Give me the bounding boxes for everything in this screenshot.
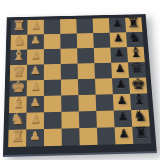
white-knight: ♞ — [11, 33, 28, 48]
chess-board: ♜♟♟♜♞♟♟♞♝♟♟♝♛♟♟♛♚♟♟♚♝♟♟♝♞♟♟♞♜♟♟♜ — [3, 14, 157, 157]
square-h6[interactable] — [97, 127, 116, 145]
square-b4[interactable] — [60, 33, 77, 48]
black-pawn: ♟ — [114, 108, 132, 125]
square-a8[interactable]: ♜ — [125, 17, 142, 32]
board-grid: ♜♟♟♜♞♟♟♞♝♟♟♝♛♟♟♛♚♟♟♚♝♟♟♝♞♟♟♞♜♟♟♜ — [8, 17, 151, 147]
white-king: ♚ — [9, 79, 26, 95]
square-f7[interactable]: ♟ — [113, 94, 131, 111]
square-f8[interactable]: ♝ — [130, 93, 148, 110]
photo-background: ♜♟♟♜♞♟♟♞♝♟♟♝♛♟♟♛♚♟♟♚♝♟♟♝♞♟♟♞♜♟♟♜ — [0, 0, 160, 160]
square-e6[interactable] — [95, 78, 113, 94]
square-g3[interactable] — [44, 112, 62, 129]
square-b8[interactable]: ♞ — [126, 32, 144, 47]
square-c1[interactable]: ♝ — [10, 50, 27, 66]
white-pawn: ♟ — [26, 110, 44, 127]
square-f4[interactable] — [61, 95, 79, 112]
white-bishop: ♝ — [9, 95, 27, 112]
square-d7[interactable]: ♟ — [111, 62, 129, 78]
square-f2[interactable]: ♟ — [26, 96, 43, 113]
black-bishop: ♝ — [127, 45, 145, 61]
square-h7[interactable]: ♟ — [115, 127, 134, 145]
square-c6[interactable] — [94, 48, 111, 64]
black-bishop: ♝ — [130, 92, 148, 109]
white-queen: ♛ — [10, 63, 27, 79]
white-pawn: ♟ — [27, 78, 44, 94]
square-e3[interactable] — [44, 80, 61, 96]
square-f1[interactable]: ♝ — [9, 96, 27, 113]
square-b1[interactable]: ♞ — [11, 35, 28, 50]
white-pawn: ♟ — [27, 63, 44, 79]
white-bishop: ♝ — [10, 48, 27, 64]
square-h5[interactable] — [79, 128, 97, 146]
square-c5[interactable] — [77, 48, 94, 64]
white-pawn: ♟ — [27, 18, 43, 33]
square-c4[interactable] — [61, 48, 78, 64]
square-d2[interactable]: ♟ — [27, 64, 44, 80]
square-d4[interactable] — [61, 64, 78, 80]
square-a6[interactable] — [93, 18, 110, 33]
square-e7[interactable]: ♟ — [112, 78, 130, 94]
square-f5[interactable] — [78, 95, 96, 112]
white-pawn: ♟ — [26, 94, 43, 111]
square-b2[interactable]: ♟ — [27, 34, 44, 49]
square-a1[interactable]: ♜ — [11, 20, 28, 35]
black-pawn: ♟ — [114, 125, 133, 143]
black-pawn: ♟ — [112, 76, 130, 92]
square-b6[interactable] — [93, 33, 110, 48]
square-g7[interactable]: ♟ — [114, 110, 132, 127]
black-pawn: ♟ — [109, 16, 126, 31]
black-pawn: ♟ — [111, 61, 129, 77]
black-rook: ♜ — [132, 124, 151, 142]
square-e2[interactable]: ♟ — [27, 80, 44, 96]
square-g5[interactable] — [79, 111, 97, 128]
black-pawn: ♟ — [110, 31, 127, 46]
square-h8[interactable]: ♜ — [132, 126, 151, 144]
square-d1[interactable]: ♛ — [10, 65, 27, 81]
square-g6[interactable] — [96, 111, 114, 128]
square-d6[interactable] — [94, 63, 112, 79]
square-h3[interactable] — [44, 129, 62, 147]
square-b3[interactable] — [44, 34, 61, 49]
square-e8[interactable]: ♚ — [129, 77, 147, 93]
white-pawn: ♟ — [26, 127, 44, 145]
square-e4[interactable] — [61, 79, 78, 95]
black-rook: ♜ — [125, 16, 142, 31]
square-c7[interactable]: ♟ — [110, 47, 128, 63]
square-e5[interactable] — [78, 79, 96, 95]
square-a2[interactable]: ♟ — [27, 20, 43, 35]
white-rook: ♜ — [11, 18, 28, 33]
black-pawn: ♟ — [110, 45, 128, 61]
square-f6[interactable] — [96, 94, 114, 111]
square-g4[interactable] — [61, 111, 79, 128]
square-d3[interactable] — [44, 64, 61, 80]
black-knight: ♞ — [126, 30, 144, 45]
square-d8[interactable]: ♛ — [128, 62, 146, 78]
square-g1[interactable]: ♞ — [9, 113, 27, 130]
square-b5[interactable] — [77, 33, 94, 48]
square-c3[interactable] — [44, 49, 61, 65]
white-rook: ♜ — [8, 128, 26, 146]
square-d5[interactable] — [78, 63, 95, 79]
square-h1[interactable]: ♜ — [8, 129, 26, 147]
black-queen: ♛ — [128, 60, 146, 76]
square-a3[interactable] — [44, 19, 60, 34]
square-a4[interactable] — [60, 19, 77, 34]
black-knight: ♞ — [131, 108, 150, 125]
square-c8[interactable]: ♝ — [127, 47, 145, 63]
square-c2[interactable]: ♟ — [27, 49, 44, 65]
square-e1[interactable]: ♚ — [9, 80, 26, 96]
square-g2[interactable]: ♟ — [26, 112, 44, 129]
square-b7[interactable]: ♟ — [110, 32, 127, 47]
white-pawn: ♟ — [27, 47, 44, 63]
white-pawn: ♟ — [27, 33, 44, 48]
square-h2[interactable]: ♟ — [26, 129, 44, 147]
square-g8[interactable]: ♞ — [131, 110, 150, 127]
square-a5[interactable] — [76, 19, 93, 34]
black-king: ♚ — [129, 76, 147, 92]
square-f3[interactable] — [44, 95, 61, 112]
black-pawn: ♟ — [113, 92, 131, 109]
white-knight: ♞ — [9, 111, 27, 128]
square-h4[interactable] — [62, 128, 80, 146]
square-a7[interactable]: ♟ — [109, 18, 126, 33]
